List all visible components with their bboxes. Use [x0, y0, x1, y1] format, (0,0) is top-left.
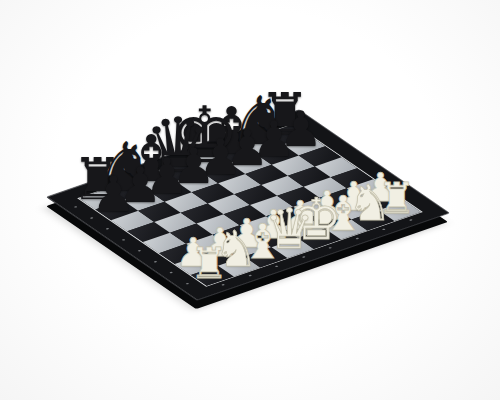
- black-pawn-a7[interactable]: ♟: [91, 170, 135, 219]
- rivet-dot: [153, 261, 157, 263]
- white-rook-a1[interactable]: ♜: [190, 241, 228, 284]
- rivet-dot: [137, 250, 141, 252]
- rivet-dot: [121, 239, 125, 241]
- rivet-dot: [169, 272, 173, 274]
- rivet-dot: [106, 228, 110, 230]
- rivet-dot: [185, 283, 189, 285]
- chess-set-photo: ♜♞♟♝♟♚♟♛♟♝♟♞♟♜♟♟♟♟♜♟♞♟♝♟♚♟♛♟♝♟♞♜: [0, 0, 500, 400]
